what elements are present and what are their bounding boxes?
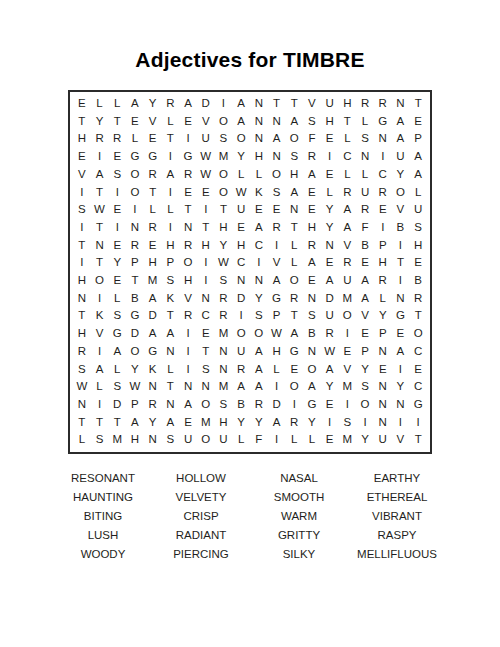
grid-cell[interactable]: G bbox=[144, 148, 162, 166]
grid-cell[interactable]: E bbox=[321, 396, 339, 414]
grid-cell[interactable]: W bbox=[232, 184, 250, 202]
grid-cell[interactable]: A bbox=[321, 272, 339, 290]
grid-cell[interactable]: V bbox=[197, 113, 215, 131]
grid-cell[interactable]: S bbox=[215, 272, 233, 290]
grid-cell[interactable]: E bbox=[126, 113, 144, 131]
grid-cell[interactable]: E bbox=[374, 361, 392, 379]
grid-cell[interactable]: O bbox=[126, 343, 144, 361]
grid-cell[interactable]: S bbox=[356, 378, 374, 396]
grid-cell[interactable]: N bbox=[303, 343, 321, 361]
grid-cell[interactable]: R bbox=[339, 184, 357, 202]
grid-cell[interactable]: G bbox=[409, 396, 427, 414]
grid-cell[interactable]: N bbox=[285, 201, 303, 219]
grid-cell[interactable]: A bbox=[303, 254, 321, 272]
grid-cell[interactable]: R bbox=[356, 201, 374, 219]
grid-cell[interactable]: A bbox=[162, 325, 180, 343]
grid-cell[interactable]: H bbox=[73, 130, 91, 148]
grid-cell[interactable]: A bbox=[356, 272, 374, 290]
grid-cell[interactable]: T bbox=[409, 307, 427, 325]
grid-cell[interactable]: I bbox=[73, 184, 91, 202]
grid-cell[interactable]: A bbox=[108, 343, 126, 361]
grid-cell[interactable]: L bbox=[144, 201, 162, 219]
grid-cell[interactable]: N bbox=[392, 396, 410, 414]
grid-cell[interactable]: R bbox=[215, 307, 233, 325]
grid-cell[interactable]: S bbox=[215, 130, 233, 148]
grid-cell[interactable]: Y bbox=[374, 307, 392, 325]
grid-cell[interactable]: N bbox=[374, 343, 392, 361]
grid-cell[interactable]: E bbox=[356, 325, 374, 343]
grid-cell[interactable]: E bbox=[339, 343, 357, 361]
grid-cell[interactable]: H bbox=[215, 414, 233, 432]
grid-cell[interactable]: R bbox=[91, 130, 109, 148]
grid-cell[interactable]: H bbox=[303, 219, 321, 237]
grid-cell[interactable]: S bbox=[73, 361, 91, 379]
grid-cell[interactable]: N bbox=[392, 95, 410, 113]
grid-cell[interactable]: O bbox=[126, 184, 144, 202]
grid-cell[interactable]: N bbox=[179, 219, 197, 237]
grid-cell[interactable]: H bbox=[339, 95, 357, 113]
grid-cell[interactable]: H bbox=[285, 166, 303, 184]
grid-cell[interactable]: K bbox=[91, 307, 109, 325]
grid-cell[interactable]: R bbox=[374, 95, 392, 113]
grid-cell[interactable]: I bbox=[268, 237, 286, 255]
grid-cell[interactable]: E bbox=[409, 113, 427, 131]
grid-cell[interactable]: N bbox=[250, 113, 268, 131]
grid-cell[interactable]: T bbox=[73, 113, 91, 131]
grid-cell[interactable]: I bbox=[108, 219, 126, 237]
grid-cell[interactable]: W bbox=[215, 254, 233, 272]
grid-cell[interactable]: N bbox=[374, 130, 392, 148]
grid-cell[interactable]: L bbox=[409, 184, 427, 202]
grid-cell[interactable]: Y bbox=[215, 237, 233, 255]
grid-cell[interactable]: T bbox=[339, 113, 357, 131]
grid-cell[interactable]: T bbox=[179, 201, 197, 219]
grid-cell[interactable]: S bbox=[285, 148, 303, 166]
grid-cell[interactable]: R bbox=[126, 237, 144, 255]
grid-cell[interactable]: A bbox=[285, 184, 303, 202]
grid-cell[interactable]: D bbox=[144, 307, 162, 325]
grid-cell[interactable]: B bbox=[409, 272, 427, 290]
grid-cell[interactable]: I bbox=[339, 396, 357, 414]
grid-cell[interactable]: H bbox=[144, 254, 162, 272]
grid-cell[interactable]: E bbox=[321, 130, 339, 148]
grid-cell[interactable]: I bbox=[73, 219, 91, 237]
grid-cell[interactable]: L bbox=[285, 254, 303, 272]
grid-cell[interactable]: T bbox=[215, 201, 233, 219]
grid-cell[interactable]: U bbox=[321, 307, 339, 325]
grid-cell[interactable]: P bbox=[374, 325, 392, 343]
grid-cell[interactable]: U bbox=[356, 184, 374, 202]
grid-cell[interactable]: E bbox=[268, 201, 286, 219]
grid-cell[interactable]: B bbox=[392, 219, 410, 237]
grid-cell[interactable]: A bbox=[268, 130, 286, 148]
grid-cell[interactable]: E bbox=[321, 431, 339, 449]
grid-cell[interactable]: V bbox=[179, 290, 197, 308]
grid-cell[interactable]: B bbox=[303, 325, 321, 343]
grid-cell[interactable]: N bbox=[374, 378, 392, 396]
grid-cell[interactable]: I bbox=[73, 254, 91, 272]
grid-cell[interactable]: A bbox=[179, 396, 197, 414]
grid-cell[interactable]: K bbox=[144, 361, 162, 379]
grid-cell[interactable]: L bbox=[339, 130, 357, 148]
grid-cell[interactable]: I bbox=[232, 307, 250, 325]
grid-cell[interactable]: Y bbox=[250, 290, 268, 308]
grid-cell[interactable]: S bbox=[215, 396, 233, 414]
grid-cell[interactable]: I bbox=[179, 361, 197, 379]
grid-cell[interactable]: R bbox=[179, 237, 197, 255]
grid-cell[interactable]: U bbox=[232, 343, 250, 361]
grid-cell[interactable]: R bbox=[409, 290, 427, 308]
grid-cell[interactable]: G bbox=[126, 307, 144, 325]
grid-cell[interactable]: Y bbox=[250, 414, 268, 432]
grid-cell[interactable]: T bbox=[409, 431, 427, 449]
grid-cell[interactable]: R bbox=[73, 343, 91, 361]
grid-cell[interactable]: V bbox=[339, 361, 357, 379]
grid-cell[interactable]: U bbox=[232, 201, 250, 219]
grid-cell[interactable]: R bbox=[144, 166, 162, 184]
grid-cell[interactable]: Y bbox=[108, 254, 126, 272]
grid-cell[interactable]: O bbox=[285, 272, 303, 290]
grid-cell[interactable]: O bbox=[232, 130, 250, 148]
grid-cell[interactable]: A bbox=[179, 95, 197, 113]
grid-cell[interactable]: E bbox=[108, 237, 126, 255]
grid-cell[interactable]: U bbox=[374, 431, 392, 449]
grid-cell[interactable]: H bbox=[73, 325, 91, 343]
grid-cell[interactable]: T bbox=[268, 95, 286, 113]
grid-cell[interactable]: D bbox=[126, 325, 144, 343]
grid-cell[interactable]: H bbox=[374, 254, 392, 272]
grid-cell[interactable]: A bbox=[232, 113, 250, 131]
grid-cell[interactable]: N bbox=[303, 290, 321, 308]
grid-cell[interactable]: A bbox=[392, 113, 410, 131]
grid-cell[interactable]: R bbox=[321, 325, 339, 343]
grid-cell[interactable]: T bbox=[108, 113, 126, 131]
grid-cell[interactable]: N bbox=[179, 378, 197, 396]
grid-cell[interactable]: O bbox=[339, 307, 357, 325]
grid-cell[interactable]: L bbox=[232, 166, 250, 184]
grid-cell[interactable]: T bbox=[91, 414, 109, 432]
grid-cell[interactable]: P bbox=[126, 396, 144, 414]
grid-cell[interactable]: U bbox=[339, 272, 357, 290]
grid-cell[interactable]: H bbox=[232, 237, 250, 255]
grid-cell[interactable]: A bbox=[303, 166, 321, 184]
grid-cell[interactable]: T bbox=[126, 272, 144, 290]
grid-cell[interactable]: N bbox=[215, 361, 233, 379]
grid-cell[interactable]: I bbox=[250, 254, 268, 272]
grid-cell[interactable]: Y bbox=[356, 361, 374, 379]
grid-cell[interactable]: E bbox=[232, 219, 250, 237]
grid-cell[interactable]: E bbox=[108, 201, 126, 219]
grid-cell[interactable]: S bbox=[162, 431, 180, 449]
grid-cell[interactable]: A bbox=[339, 201, 357, 219]
grid-cell[interactable]: G bbox=[303, 396, 321, 414]
grid-cell[interactable]: V bbox=[356, 307, 374, 325]
grid-cell[interactable]: I bbox=[392, 272, 410, 290]
grid-cell[interactable]: S bbox=[108, 378, 126, 396]
grid-cell[interactable]: F bbox=[356, 219, 374, 237]
grid-cell[interactable]: N bbox=[144, 431, 162, 449]
grid-cell[interactable]: A bbox=[409, 148, 427, 166]
grid-cell[interactable]: R bbox=[285, 414, 303, 432]
grid-cell[interactable]: O bbox=[126, 166, 144, 184]
grid-cell[interactable]: L bbox=[285, 431, 303, 449]
grid-cell[interactable]: A bbox=[321, 361, 339, 379]
grid-cell[interactable]: E bbox=[356, 254, 374, 272]
grid-cell[interactable]: G bbox=[126, 148, 144, 166]
grid-cell[interactable]: E bbox=[285, 361, 303, 379]
grid-cell[interactable]: S bbox=[73, 201, 91, 219]
grid-cell[interactable]: A bbox=[144, 290, 162, 308]
grid-cell[interactable]: W bbox=[197, 148, 215, 166]
grid-cell[interactable]: D bbox=[197, 95, 215, 113]
grid-cell[interactable]: L bbox=[108, 95, 126, 113]
grid-cell[interactable]: R bbox=[232, 361, 250, 379]
grid-cell[interactable]: A bbox=[409, 166, 427, 184]
grid-cell[interactable]: U bbox=[179, 431, 197, 449]
grid-cell[interactable]: L bbox=[91, 95, 109, 113]
grid-cell[interactable]: Y bbox=[144, 95, 162, 113]
grid-cell[interactable]: M bbox=[215, 378, 233, 396]
grid-cell[interactable]: N bbox=[144, 378, 162, 396]
grid-cell[interactable]: I bbox=[374, 219, 392, 237]
grid-cell[interactable]: M bbox=[339, 431, 357, 449]
grid-cell[interactable]: G bbox=[144, 343, 162, 361]
grid-cell[interactable]: S bbox=[250, 307, 268, 325]
grid-cell[interactable]: L bbox=[162, 113, 180, 131]
grid-cell[interactable]: N bbox=[321, 237, 339, 255]
grid-cell[interactable]: E bbox=[303, 272, 321, 290]
grid-cell[interactable]: R bbox=[339, 254, 357, 272]
grid-cell[interactable]: M bbox=[215, 325, 233, 343]
grid-cell[interactable]: A bbox=[285, 325, 303, 343]
grid-cell[interactable]: Y bbox=[392, 166, 410, 184]
grid-cell[interactable]: C bbox=[339, 148, 357, 166]
grid-cell[interactable]: A bbox=[392, 343, 410, 361]
grid-cell[interactable]: Y bbox=[126, 361, 144, 379]
grid-cell[interactable]: I bbox=[197, 254, 215, 272]
grid-cell[interactable]: V bbox=[392, 431, 410, 449]
grid-cell[interactable]: L bbox=[339, 166, 357, 184]
grid-cell[interactable]: R bbox=[108, 130, 126, 148]
grid-cell[interactable]: O bbox=[232, 325, 250, 343]
grid-cell[interactable]: R bbox=[374, 184, 392, 202]
grid-cell[interactable]: L bbox=[162, 201, 180, 219]
grid-cell[interactable]: A bbox=[303, 378, 321, 396]
grid-cell[interactable]: M bbox=[197, 414, 215, 432]
grid-cell[interactable]: I bbox=[91, 290, 109, 308]
grid-cell[interactable]: G bbox=[268, 290, 286, 308]
grid-cell[interactable]: N bbox=[73, 396, 91, 414]
grid-cell[interactable]: R bbox=[179, 166, 197, 184]
grid-cell[interactable]: N bbox=[197, 290, 215, 308]
grid-cell[interactable]: V bbox=[73, 166, 91, 184]
grid-cell[interactable]: N bbox=[215, 343, 233, 361]
grid-cell[interactable]: R bbox=[162, 95, 180, 113]
grid-cell[interactable]: E bbox=[409, 361, 427, 379]
grid-cell[interactable]: C bbox=[409, 378, 427, 396]
grid-cell[interactable]: U bbox=[392, 148, 410, 166]
grid-cell[interactable]: I bbox=[268, 378, 286, 396]
grid-cell[interactable]: Y bbox=[321, 378, 339, 396]
grid-cell[interactable]: L bbox=[232, 431, 250, 449]
grid-cell[interactable]: A bbox=[126, 414, 144, 432]
grid-cell[interactable]: V bbox=[303, 95, 321, 113]
grid-cell[interactable]: L bbox=[162, 361, 180, 379]
grid-cell[interactable]: L bbox=[356, 166, 374, 184]
grid-cell[interactable]: F bbox=[250, 431, 268, 449]
grid-cell[interactable]: S bbox=[197, 361, 215, 379]
grid-cell[interactable]: E bbox=[374, 201, 392, 219]
grid-cell[interactable]: L bbox=[250, 166, 268, 184]
grid-cell[interactable]: A bbox=[250, 361, 268, 379]
grid-cell[interactable]: S bbox=[91, 431, 109, 449]
grid-cell[interactable]: H bbox=[409, 237, 427, 255]
grid-cell[interactable]: I bbox=[197, 201, 215, 219]
grid-cell[interactable]: O bbox=[197, 396, 215, 414]
grid-cell[interactable]: E bbox=[144, 130, 162, 148]
grid-cell[interactable]: R bbox=[179, 307, 197, 325]
grid-cell[interactable]: E bbox=[144, 237, 162, 255]
grid-cell[interactable]: O bbox=[215, 166, 233, 184]
grid-cell[interactable]: Y bbox=[232, 148, 250, 166]
grid-cell[interactable]: R bbox=[144, 396, 162, 414]
grid-cell[interactable]: O bbox=[392, 184, 410, 202]
grid-cell[interactable]: R bbox=[303, 237, 321, 255]
grid-cell[interactable]: I bbox=[162, 219, 180, 237]
grid-cell[interactable]: S bbox=[268, 184, 286, 202]
grid-cell[interactable]: V bbox=[144, 113, 162, 131]
grid-cell[interactable]: Y bbox=[303, 414, 321, 432]
grid-cell[interactable]: A bbox=[285, 113, 303, 131]
grid-cell[interactable]: I bbox=[356, 414, 374, 432]
grid-cell[interactable]: E bbox=[303, 201, 321, 219]
grid-cell[interactable]: R bbox=[374, 272, 392, 290]
grid-cell[interactable]: A bbox=[162, 166, 180, 184]
grid-cell[interactable]: P bbox=[374, 237, 392, 255]
grid-cell[interactable]: L bbox=[108, 290, 126, 308]
grid-cell[interactable]: E bbox=[392, 325, 410, 343]
grid-cell[interactable]: Y bbox=[321, 219, 339, 237]
grid-cell[interactable]: T bbox=[91, 219, 109, 237]
grid-cell[interactable]: A bbox=[250, 343, 268, 361]
grid-cell[interactable]: Y bbox=[91, 113, 109, 131]
grid-cell[interactable]: I bbox=[321, 414, 339, 432]
grid-cell[interactable]: O bbox=[179, 254, 197, 272]
grid-cell[interactable]: G bbox=[374, 113, 392, 131]
grid-cell[interactable]: H bbox=[321, 113, 339, 131]
grid-cell[interactable]: C bbox=[197, 307, 215, 325]
grid-cell[interactable]: R bbox=[356, 95, 374, 113]
grid-cell[interactable]: A bbox=[232, 95, 250, 113]
grid-cell[interactable]: D bbox=[321, 290, 339, 308]
grid-cell[interactable]: A bbox=[268, 272, 286, 290]
grid-cell[interactable]: W bbox=[321, 343, 339, 361]
grid-cell[interactable]: U bbox=[321, 95, 339, 113]
grid-cell[interactable]: M bbox=[339, 378, 357, 396]
grid-cell[interactable]: T bbox=[285, 307, 303, 325]
grid-cell[interactable]: N bbox=[250, 95, 268, 113]
grid-cell[interactable]: N bbox=[374, 414, 392, 432]
grid-cell[interactable]: L bbox=[356, 113, 374, 131]
grid-cell[interactable]: M bbox=[144, 272, 162, 290]
grid-cell[interactable]: A bbox=[144, 325, 162, 343]
grid-cell[interactable]: I bbox=[126, 201, 144, 219]
grid-cell[interactable]: I bbox=[409, 414, 427, 432]
grid-cell[interactable]: I bbox=[374, 148, 392, 166]
grid-cell[interactable]: O bbox=[409, 325, 427, 343]
grid-cell[interactable]: T bbox=[285, 219, 303, 237]
grid-cell[interactable]: R bbox=[268, 219, 286, 237]
grid-cell[interactable]: P bbox=[356, 343, 374, 361]
grid-cell[interactable]: U bbox=[215, 431, 233, 449]
grid-cell[interactable]: E bbox=[179, 184, 197, 202]
grid-cell[interactable]: U bbox=[197, 130, 215, 148]
grid-cell[interactable]: T bbox=[144, 184, 162, 202]
grid-cell[interactable]: A bbox=[268, 414, 286, 432]
grid-cell[interactable]: S bbox=[356, 130, 374, 148]
grid-cell[interactable]: O bbox=[285, 130, 303, 148]
grid-cell[interactable]: O bbox=[215, 184, 233, 202]
grid-cell[interactable]: T bbox=[197, 219, 215, 237]
grid-cell[interactable]: O bbox=[197, 431, 215, 449]
grid-cell[interactable]: G bbox=[392, 307, 410, 325]
grid-cell[interactable]: A bbox=[339, 219, 357, 237]
grid-cell[interactable]: A bbox=[91, 361, 109, 379]
grid-cell[interactable]: I bbox=[162, 148, 180, 166]
grid-cell[interactable]: W bbox=[73, 378, 91, 396]
grid-cell[interactable]: T bbox=[197, 343, 215, 361]
grid-cell[interactable]: I bbox=[285, 396, 303, 414]
grid-cell[interactable]: I bbox=[339, 325, 357, 343]
grid-cell[interactable]: E bbox=[197, 325, 215, 343]
grid-cell[interactable]: U bbox=[409, 201, 427, 219]
grid-cell[interactable]: R bbox=[285, 290, 303, 308]
grid-cell[interactable]: S bbox=[339, 414, 357, 432]
grid-cell[interactable]: W bbox=[268, 325, 286, 343]
grid-cell[interactable]: R bbox=[250, 396, 268, 414]
grid-cell[interactable]: N bbox=[250, 130, 268, 148]
grid-cell[interactable]: V bbox=[339, 237, 357, 255]
grid-cell[interactable]: A bbox=[250, 378, 268, 396]
grid-cell[interactable]: V bbox=[392, 201, 410, 219]
grid-cell[interactable]: M bbox=[108, 431, 126, 449]
grid-cell[interactable]: T bbox=[91, 184, 109, 202]
grid-cell[interactable]: E bbox=[409, 254, 427, 272]
grid-cell[interactable]: H bbox=[215, 219, 233, 237]
grid-cell[interactable]: O bbox=[268, 166, 286, 184]
grid-cell[interactable]: N bbox=[232, 272, 250, 290]
grid-cell[interactable]: L bbox=[126, 130, 144, 148]
grid-cell[interactable]: L bbox=[91, 378, 109, 396]
grid-cell[interactable]: G bbox=[285, 343, 303, 361]
grid-cell[interactable]: E bbox=[250, 201, 268, 219]
grid-cell[interactable]: C bbox=[409, 343, 427, 361]
grid-cell[interactable]: I bbox=[91, 396, 109, 414]
grid-cell[interactable]: D bbox=[108, 396, 126, 414]
grid-cell[interactable]: L bbox=[285, 237, 303, 255]
grid-cell[interactable]: T bbox=[73, 414, 91, 432]
grid-cell[interactable]: Y bbox=[321, 201, 339, 219]
grid-cell[interactable]: N bbox=[73, 290, 91, 308]
grid-cell[interactable]: I bbox=[392, 237, 410, 255]
grid-cell[interactable]: N bbox=[268, 113, 286, 131]
grid-cell[interactable]: H bbox=[250, 148, 268, 166]
grid-cell[interactable]: A bbox=[250, 219, 268, 237]
grid-cell[interactable]: N bbox=[392, 290, 410, 308]
grid-cell[interactable]: S bbox=[409, 219, 427, 237]
grid-cell[interactable]: H bbox=[268, 343, 286, 361]
grid-cell[interactable]: C bbox=[374, 166, 392, 184]
